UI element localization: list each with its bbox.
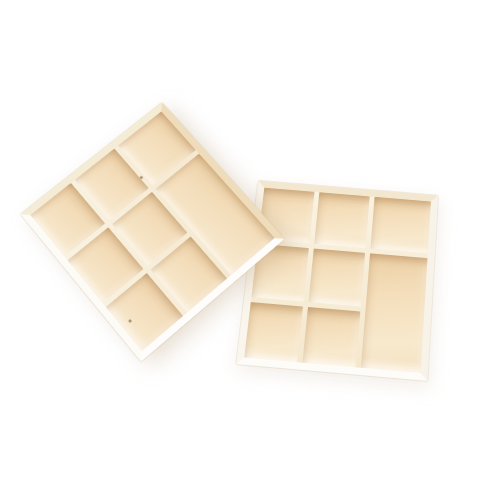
compartment-r1c3: [370, 197, 431, 254]
tray-lower-right: [236, 181, 438, 381]
compartment-r3c2: [302, 307, 360, 367]
tray-upper-left-compartment-grid: [30, 111, 274, 351]
compartment-tall-right: [361, 253, 428, 373]
product-photo: [0, 0, 500, 500]
compartment-r2c2: [308, 249, 365, 307]
tray-lower-right-compartment-grid: [244, 188, 431, 373]
compartment-r1c2: [314, 192, 369, 248]
compartment-r3c1: [244, 302, 303, 362]
